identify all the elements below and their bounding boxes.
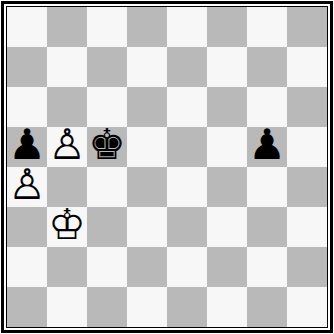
square-c4[interactable] (87, 167, 127, 207)
square-c8[interactable] (87, 7, 127, 47)
square-h4[interactable] (287, 167, 327, 207)
square-h7[interactable] (287, 47, 327, 87)
square-e2[interactable] (167, 247, 207, 287)
square-f4[interactable] (207, 167, 247, 207)
square-c3[interactable] (87, 207, 127, 247)
square-d2[interactable] (127, 247, 167, 287)
black-king-c5: ♚ (88, 125, 126, 165)
square-b3[interactable]: ♔ (47, 207, 87, 247)
square-d8[interactable] (127, 7, 167, 47)
square-a1[interactable] (7, 287, 47, 327)
square-g2[interactable] (247, 247, 287, 287)
square-g4[interactable] (247, 167, 287, 207)
square-a4[interactable]: ♙ (7, 167, 47, 207)
square-f5[interactable] (207, 127, 247, 167)
square-b2[interactable] (47, 247, 87, 287)
square-h6[interactable] (287, 87, 327, 127)
square-e4[interactable] (167, 167, 207, 207)
square-a8[interactable] (7, 7, 47, 47)
square-g5[interactable]: ♟ (247, 127, 287, 167)
square-f6[interactable] (207, 87, 247, 127)
square-f1[interactable] (207, 287, 247, 327)
square-c7[interactable] (87, 47, 127, 87)
square-g8[interactable] (247, 7, 287, 47)
square-f2[interactable] (207, 247, 247, 287)
square-c2[interactable] (87, 247, 127, 287)
square-c5[interactable]: ♚ (87, 127, 127, 167)
white-king-b3: ♔ (48, 205, 86, 245)
black-pawn-a5: ♟ (8, 125, 46, 165)
square-b5[interactable]: ♙ (47, 127, 87, 167)
square-b1[interactable] (47, 287, 87, 327)
square-e5[interactable] (167, 127, 207, 167)
square-e7[interactable] (167, 47, 207, 87)
square-c1[interactable] (87, 287, 127, 327)
square-d6[interactable] (127, 87, 167, 127)
board-frame-outer: ♟♙♚♟♙♔ (1, 1, 333, 333)
square-f8[interactable] (207, 7, 247, 47)
square-a2[interactable] (7, 247, 47, 287)
white-pawn-a4: ♙ (8, 165, 46, 205)
square-d3[interactable] (127, 207, 167, 247)
square-e1[interactable] (167, 287, 207, 327)
square-d7[interactable] (127, 47, 167, 87)
square-g1[interactable] (247, 287, 287, 327)
square-a3[interactable] (7, 207, 47, 247)
square-e3[interactable] (167, 207, 207, 247)
square-h3[interactable] (287, 207, 327, 247)
square-d5[interactable] (127, 127, 167, 167)
square-e6[interactable] (167, 87, 207, 127)
board-frame-inner: ♟♙♚♟♙♔ (6, 6, 328, 328)
black-pawn-g5: ♟ (248, 125, 286, 165)
square-d4[interactable] (127, 167, 167, 207)
square-b7[interactable] (47, 47, 87, 87)
white-pawn-b5: ♙ (48, 125, 86, 165)
square-d1[interactable] (127, 287, 167, 327)
square-h8[interactable] (287, 7, 327, 47)
square-h1[interactable] (287, 287, 327, 327)
square-e8[interactable] (167, 7, 207, 47)
square-g3[interactable] (247, 207, 287, 247)
square-f7[interactable] (207, 47, 247, 87)
square-b8[interactable] (47, 7, 87, 47)
square-h5[interactable] (287, 127, 327, 167)
chess-board: ♟♙♚♟♙♔ (7, 7, 327, 327)
square-h2[interactable] (287, 247, 327, 287)
square-f3[interactable] (207, 207, 247, 247)
square-g7[interactable] (247, 47, 287, 87)
square-a7[interactable] (7, 47, 47, 87)
